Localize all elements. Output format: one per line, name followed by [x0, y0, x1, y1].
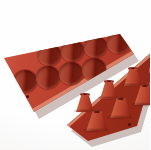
- cone-tip-depression: [118, 98, 124, 100]
- cone: [148, 53, 151, 73]
- top-mold-corner-hole: [26, 95, 29, 98]
- cone-tip-depression: [94, 111, 100, 113]
- cone-body: [148, 53, 151, 73]
- cone-cavity: [34, 64, 61, 90]
- cone: [134, 83, 151, 105]
- cone: [86, 109, 109, 131]
- cone-tip-depression: [142, 85, 148, 87]
- cone-cavity: [57, 60, 84, 86]
- product-photo: [0, 0, 150, 150]
- cone: [110, 96, 133, 118]
